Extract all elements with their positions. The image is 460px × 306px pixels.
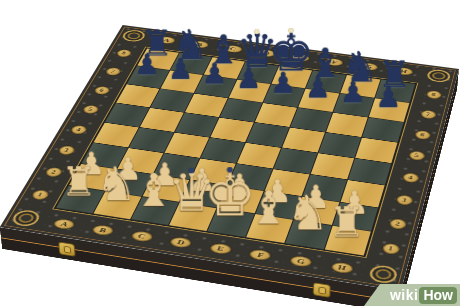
piece-white-bishop: ♝ (249, 185, 290, 230)
piece-black-pawn: ♟ (135, 51, 160, 79)
piece-white-knight: ♞ (96, 161, 138, 208)
cream-finial (289, 28, 294, 33)
piece-black-pawn: ♟ (270, 69, 296, 98)
coordinate-label-e: E (210, 243, 231, 254)
wikihow-watermark: wikiHow (364, 284, 460, 306)
watermark-wiki-text: wiki (390, 287, 418, 303)
coordinate-label-8: 8 (116, 50, 131, 58)
coordinate-label-a: A (54, 219, 76, 229)
product-photo: ABCDEFGH ABCDEFGH 87654321 87654321 ♜♞♝♛… (0, 0, 460, 306)
coordinate-label-2: 2 (389, 219, 405, 229)
piece-black-pawn: ♟ (340, 78, 366, 107)
piece-black-pawn: ♟ (305, 73, 331, 102)
watermark-how-badge: How (419, 287, 457, 304)
square-h1: ♜ (325, 226, 371, 256)
piece-black-pawn: ♟ (202, 60, 228, 89)
corner-rosette (9, 209, 42, 228)
piece-black-pawn: ♟ (376, 83, 402, 112)
coordinate-label-5: 5 (82, 105, 98, 114)
brass-clasp (313, 282, 331, 298)
coordinate-label-2: 2 (45, 167, 62, 177)
coordinate-label-3: 3 (396, 195, 412, 205)
piece-white-rook: ♜ (329, 201, 366, 242)
coordinate-label-d: D (170, 237, 191, 248)
coordinate-label-6: 6 (94, 86, 110, 94)
piece-white-knight: ♞ (286, 189, 329, 237)
coordinate-label-b: B (92, 225, 114, 236)
coordinate-label-h: H (331, 262, 352, 273)
coordinate-label-3: 3 (58, 146, 75, 155)
brass-clasp (58, 241, 75, 256)
coordinate-label-7: 7 (421, 110, 436, 119)
coordinate-label-5: 5 (409, 151, 424, 160)
coordinate-label-7: 7 (105, 67, 120, 75)
piece-white-rook: ♜ (61, 162, 97, 202)
coordinate-label-c: C (131, 231, 152, 242)
cream-finial (255, 29, 260, 34)
piece-black-pawn: ♟ (236, 64, 262, 93)
coordinate-label-f: F (250, 250, 271, 261)
coordinate-label-1: 1 (31, 190, 49, 200)
square-g1: ♞ (285, 220, 331, 249)
coordinate-label-6: 6 (415, 130, 430, 139)
chess-board: ABCDEFGH ABCDEFGH 87654321 87654321 ♜♞♝♛… (0, 25, 459, 291)
navy-finial (227, 167, 232, 172)
coordinate-label-1: 1 (382, 243, 398, 254)
navy-finial (189, 168, 194, 173)
square-d5 (210, 118, 253, 142)
coordinate-label-g: G (290, 256, 311, 267)
piece-black-pawn: ♟ (168, 55, 193, 83)
coordinate-label-4: 4 (403, 173, 418, 183)
coordinate-label-4: 4 (70, 125, 86, 134)
corner-rosette (368, 264, 399, 285)
corner-rosette (426, 69, 452, 84)
coordinate-label-8: 8 (426, 91, 440, 99)
